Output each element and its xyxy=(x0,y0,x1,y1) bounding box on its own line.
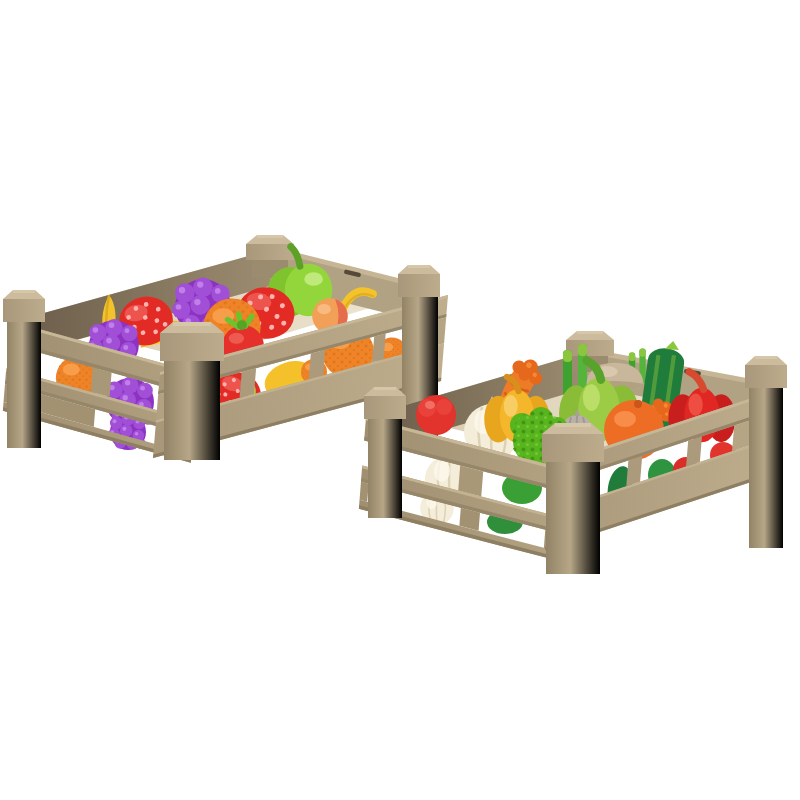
end-mullion xyxy=(91,367,112,397)
front-mullion xyxy=(309,350,326,380)
toy-red-tomato xyxy=(416,395,456,435)
front-mullion xyxy=(626,456,642,486)
toy-crates-illustration xyxy=(0,0,800,800)
front-mullion xyxy=(372,334,386,363)
front-mullion xyxy=(240,368,257,398)
product-photo xyxy=(0,0,800,800)
front-mullion xyxy=(686,436,702,466)
crate-near-post xyxy=(542,423,604,574)
crate-left-post xyxy=(3,290,45,448)
crate-left-post xyxy=(364,387,406,518)
crate-near-post xyxy=(160,322,224,460)
crate-right-post xyxy=(745,356,787,548)
